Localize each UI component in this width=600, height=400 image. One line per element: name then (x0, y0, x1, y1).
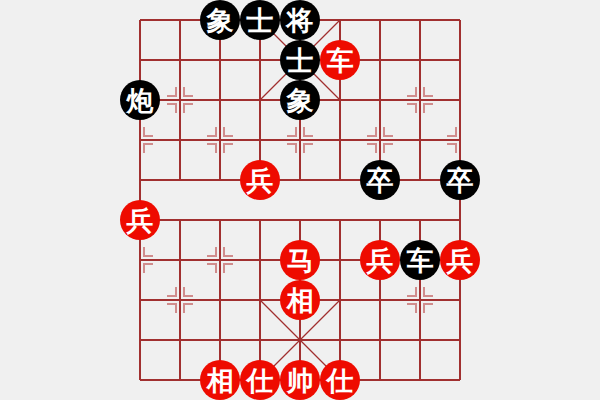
red-advisor[interactable]: 仕 (320, 360, 360, 400)
intersection-4-10[interactable]: 仕 (240, 360, 280, 400)
xiangqi-board-screen: 象士将士车炮象兵卒卒兵马兵车兵相相仕帅仕 (0, 0, 600, 400)
black-elephant[interactable]: 象 (200, 0, 240, 40)
intersection-5-6[interactable] (280, 200, 320, 240)
intersection-8-9[interactable] (400, 320, 440, 360)
intersection-3-2[interactable] (200, 40, 240, 80)
intersection-6-10[interactable]: 仕 (320, 360, 360, 400)
intersection-5-7[interactable]: 马 (280, 240, 320, 280)
red-soldier[interactable]: 兵 (240, 160, 280, 200)
intersection-8-4[interactable] (400, 120, 440, 160)
red-soldier[interactable]: 兵 (440, 240, 480, 280)
intersection-3-10[interactable]: 相 (200, 360, 240, 400)
intersection-1-9[interactable] (120, 320, 160, 360)
intersection-5-2[interactable]: 士 (280, 40, 320, 80)
intersection-5-4[interactable] (280, 120, 320, 160)
intersection-2-3[interactable] (160, 80, 200, 120)
intersection-4-8[interactable] (240, 280, 280, 320)
intersection-9-10[interactable] (440, 360, 480, 400)
intersection-5-5[interactable] (280, 160, 320, 200)
intersection-4-3[interactable] (240, 80, 280, 120)
intersection-5-1[interactable]: 将 (280, 0, 320, 40)
intersection-2-4[interactable] (160, 120, 200, 160)
intersection-7-5[interactable]: 卒 (360, 160, 400, 200)
intersection-4-7[interactable] (240, 240, 280, 280)
xiangqi-board: 象士将士车炮象兵卒卒兵马兵车兵相相仕帅仕 (120, 0, 480, 400)
intersection-3-8[interactable] (200, 280, 240, 320)
black-chariot[interactable]: 车 (400, 240, 440, 280)
intersection-2-9[interactable] (160, 320, 200, 360)
intersection-8-2[interactable] (400, 40, 440, 80)
black-general[interactable]: 将 (280, 0, 320, 40)
black-advisor[interactable]: 士 (280, 40, 320, 80)
intersection-8-8[interactable] (400, 280, 440, 320)
intersection-1-1[interactable] (120, 0, 160, 40)
intersection-8-5[interactable] (400, 160, 440, 200)
intersection-8-1[interactable] (400, 0, 440, 40)
red-elephant[interactable]: 相 (280, 280, 320, 320)
intersection-7-3[interactable] (360, 80, 400, 120)
red-elephant[interactable]: 相 (200, 360, 240, 400)
intersection-4-9[interactable] (240, 320, 280, 360)
intersection-9-6[interactable] (440, 200, 480, 240)
black-elephant[interactable]: 象 (280, 80, 320, 120)
black-advisor[interactable]: 士 (240, 0, 280, 40)
red-soldier[interactable]: 兵 (360, 240, 400, 280)
intersection-3-7[interactable] (200, 240, 240, 280)
intersection-7-10[interactable] (360, 360, 400, 400)
red-general[interactable]: 帅 (280, 360, 320, 400)
intersection-8-3[interactable] (400, 80, 440, 120)
intersection-8-7[interactable]: 车 (400, 240, 440, 280)
intersection-4-4[interactable] (240, 120, 280, 160)
black-soldier[interactable]: 卒 (360, 160, 400, 200)
intersection-9-7[interactable]: 兵 (440, 240, 480, 280)
intersection-4-2[interactable] (240, 40, 280, 80)
intersection-6-9[interactable] (320, 320, 360, 360)
intersection-1-6[interactable]: 兵 (120, 200, 160, 240)
intersection-7-2[interactable] (360, 40, 400, 80)
intersection-7-7[interactable]: 兵 (360, 240, 400, 280)
intersection-2-10[interactable] (160, 360, 200, 400)
intersection-6-5[interactable] (320, 160, 360, 200)
intersection-6-1[interactable] (320, 0, 360, 40)
intersection-9-5[interactable]: 卒 (440, 160, 480, 200)
intersection-7-4[interactable] (360, 120, 400, 160)
intersection-3-4[interactable] (200, 120, 240, 160)
intersection-2-7[interactable] (160, 240, 200, 280)
intersection-6-8[interactable] (320, 280, 360, 320)
intersection-2-1[interactable] (160, 0, 200, 40)
intersection-5-3[interactable]: 象 (280, 80, 320, 120)
intersection-6-4[interactable] (320, 120, 360, 160)
intersection-1-5[interactable] (120, 160, 160, 200)
intersection-6-7[interactable] (320, 240, 360, 280)
intersection-1-8[interactable] (120, 280, 160, 320)
intersection-9-2[interactable] (440, 40, 480, 80)
intersection-1-4[interactable] (120, 120, 160, 160)
intersection-2-6[interactable] (160, 200, 200, 240)
red-horse[interactable]: 马 (280, 240, 320, 280)
intersection-3-3[interactable] (200, 80, 240, 120)
intersection-8-6[interactable] (400, 200, 440, 240)
intersection-1-7[interactable] (120, 240, 160, 280)
intersection-9-3[interactable] (440, 80, 480, 120)
intersection-3-6[interactable] (200, 200, 240, 240)
intersection-5-8[interactable]: 相 (280, 280, 320, 320)
intersection-9-4[interactable] (440, 120, 480, 160)
intersection-2-2[interactable] (160, 40, 200, 80)
intersection-9-8[interactable] (440, 280, 480, 320)
intersection-2-8[interactable] (160, 280, 200, 320)
red-soldier[interactable]: 兵 (120, 200, 160, 240)
intersection-7-8[interactable] (360, 280, 400, 320)
intersection-4-1[interactable]: 士 (240, 0, 280, 40)
intersection-1-10[interactable] (120, 360, 160, 400)
intersection-3-1[interactable]: 象 (200, 0, 240, 40)
intersection-3-9[interactable] (200, 320, 240, 360)
intersection-1-3[interactable]: 炮 (120, 80, 160, 120)
intersection-5-10[interactable]: 帅 (280, 360, 320, 400)
intersection-7-9[interactable] (360, 320, 400, 360)
black-soldier[interactable]: 卒 (440, 160, 480, 200)
intersection-8-10[interactable] (400, 360, 440, 400)
intersection-7-1[interactable] (360, 0, 400, 40)
intersection-3-5[interactable] (200, 160, 240, 200)
intersection-6-6[interactable] (320, 200, 360, 240)
black-cannon[interactable]: 炮 (120, 80, 160, 120)
intersection-1-2[interactable] (120, 40, 160, 80)
red-advisor[interactable]: 仕 (240, 360, 280, 400)
red-chariot[interactable]: 车 (320, 40, 360, 80)
intersection-4-5[interactable]: 兵 (240, 160, 280, 200)
intersection-4-6[interactable] (240, 200, 280, 240)
intersection-2-5[interactable] (160, 160, 200, 200)
intersection-5-9[interactable] (280, 320, 320, 360)
intersection-9-1[interactable] (440, 0, 480, 40)
intersection-6-2[interactable]: 车 (320, 40, 360, 80)
intersection-9-9[interactable] (440, 320, 480, 360)
intersection-7-6[interactable] (360, 200, 400, 240)
intersection-6-3[interactable] (320, 80, 360, 120)
